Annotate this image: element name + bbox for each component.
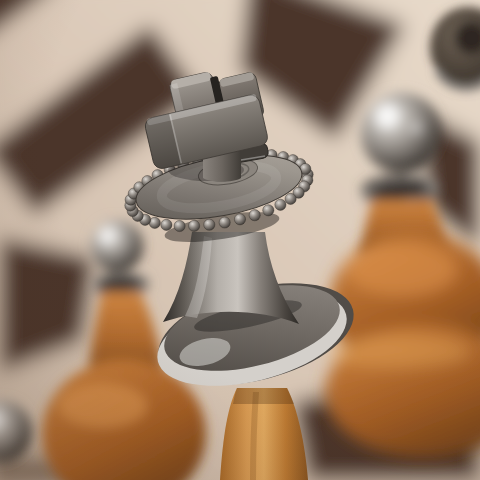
vignette-overlay — [0, 0, 480, 480]
photo-canvas — [0, 0, 480, 480]
chess-macro-photo — [0, 0, 480, 480]
